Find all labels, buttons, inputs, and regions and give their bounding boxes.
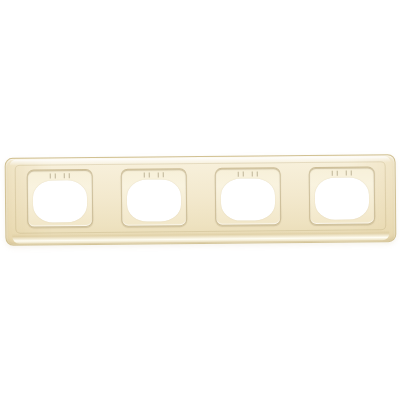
socket-opening xyxy=(215,167,282,226)
clip-notch xyxy=(331,171,337,176)
clip-notch xyxy=(346,171,352,176)
clip-notch xyxy=(237,172,243,177)
clip-notch xyxy=(143,172,149,177)
socket-hole xyxy=(315,177,369,220)
clip-notch xyxy=(158,172,164,177)
socket-frame xyxy=(5,154,397,246)
clip-notch xyxy=(49,173,55,178)
socket-opening xyxy=(121,168,188,227)
socket-hole xyxy=(127,179,181,222)
socket-hole xyxy=(221,178,275,221)
socket-hole xyxy=(33,180,87,223)
frame-openings-row xyxy=(6,155,396,245)
socket-opening xyxy=(27,169,94,228)
clip-notch xyxy=(252,171,258,176)
clip-notch xyxy=(64,173,70,178)
photo-background xyxy=(0,0,400,400)
socket-opening xyxy=(309,166,376,225)
